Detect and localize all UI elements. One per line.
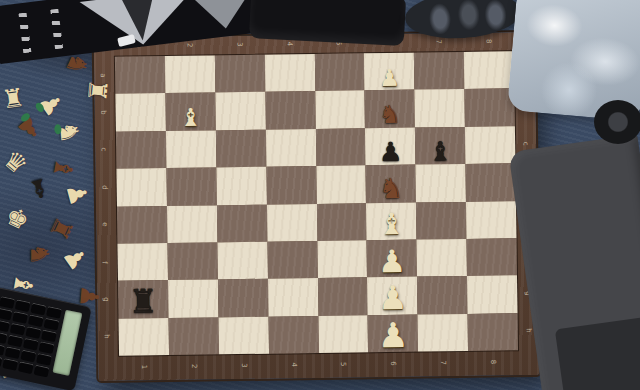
square-c1 xyxy=(116,131,166,169)
calculator-key xyxy=(34,365,50,378)
calculator-key xyxy=(7,335,23,348)
square-a7 xyxy=(414,52,464,90)
piece-white-pawn-a6: ♟ xyxy=(379,67,400,90)
rank-label-6: 6 xyxy=(389,361,396,366)
rank-label-3: 3 xyxy=(235,42,242,47)
chess-board: ♟♝♞♟♝♞♝♟♜♟♟ 11aa22bb33cc44dd55ee66ff77gg… xyxy=(94,32,540,381)
square-a4 xyxy=(265,54,315,92)
square-f4 xyxy=(267,241,317,279)
square-f2 xyxy=(167,242,217,280)
square-e6: ♝ xyxy=(366,202,416,240)
calculator-key xyxy=(46,306,62,319)
square-g1: ♜ xyxy=(118,280,168,318)
square-e2 xyxy=(167,205,217,243)
square-d6: ♞ xyxy=(366,165,416,203)
square-g3 xyxy=(218,279,268,317)
calculator-key xyxy=(15,299,31,312)
spare-cream-queen: ♛ xyxy=(0,146,32,180)
square-f5 xyxy=(317,240,367,278)
square-c5 xyxy=(315,128,365,166)
file-label-d: d xyxy=(100,185,107,190)
calculator-keypad xyxy=(0,296,62,377)
square-f6: ♟ xyxy=(367,239,417,277)
square-d4 xyxy=(266,166,316,204)
square-c7: ♝ xyxy=(415,127,465,165)
spare-brown-pawn: ♟ xyxy=(13,112,46,146)
calculator-key xyxy=(36,353,52,366)
green-felt-base xyxy=(34,101,45,113)
square-h4 xyxy=(268,316,318,354)
square-e7 xyxy=(416,201,466,239)
spare-black-bishop: ♝ xyxy=(25,174,53,204)
spare-cream-pawn: ♟ xyxy=(62,180,92,208)
rank-label-2: 2 xyxy=(185,43,192,48)
square-c8 xyxy=(465,126,515,164)
file-label-b: b xyxy=(99,110,106,115)
spare-cream-king: ♚ xyxy=(2,202,33,234)
square-b6: ♞ xyxy=(365,90,415,128)
rank-label-8: 8 xyxy=(484,39,491,44)
square-c6: ♟ xyxy=(365,127,415,165)
spare-brown-rook: ♜ xyxy=(45,213,77,244)
file-label-g: g xyxy=(102,297,109,302)
square-b4 xyxy=(265,91,315,129)
piece-black-pawn-c6: ♟ xyxy=(379,139,403,166)
square-b1 xyxy=(115,93,165,131)
calculator-key xyxy=(44,318,60,331)
square-f1 xyxy=(117,243,167,281)
bag-print-pips xyxy=(19,13,32,54)
rank-label-5: 5 xyxy=(339,362,346,367)
square-d7 xyxy=(416,164,466,202)
square-b8 xyxy=(465,89,515,127)
square-b7 xyxy=(415,89,465,127)
calculator-key xyxy=(0,308,12,321)
spare-cream-pawn: ♟ xyxy=(35,88,68,121)
square-d1 xyxy=(116,168,166,206)
square-d8 xyxy=(466,163,516,201)
bag-print-pips xyxy=(50,9,63,50)
square-g2 xyxy=(168,280,218,318)
rank-label-7: 7 xyxy=(435,40,442,45)
calculator-key xyxy=(23,338,39,351)
file-label-e: e xyxy=(101,222,108,226)
square-b3 xyxy=(215,92,265,130)
file-label-a: a xyxy=(99,73,106,77)
square-h2 xyxy=(168,317,218,355)
spare-brown-knight: ♞ xyxy=(27,243,52,265)
square-d2 xyxy=(166,168,216,206)
square-a3 xyxy=(215,55,265,93)
square-e3 xyxy=(217,204,267,242)
square-d5 xyxy=(316,165,366,203)
spare-cream-rook: ♜ xyxy=(0,85,26,113)
rank-label-3: 3 xyxy=(240,363,247,368)
square-g5 xyxy=(318,278,368,316)
square-a1 xyxy=(115,56,165,94)
square-c2 xyxy=(166,130,216,168)
file-label-h: h xyxy=(102,334,109,339)
square-h7 xyxy=(418,314,468,352)
square-c4 xyxy=(266,129,316,167)
square-d3 xyxy=(216,167,266,205)
green-felt-base xyxy=(54,124,62,135)
file-label-f: f xyxy=(100,261,107,264)
square-g7 xyxy=(417,276,467,314)
square-h1 xyxy=(119,318,169,356)
square-b2: ♝ xyxy=(165,93,215,131)
calculator xyxy=(0,287,92,390)
piece-brown-knight-d6: ♞ xyxy=(378,174,403,202)
piece-white-pawn-h6: ♟ xyxy=(378,318,409,353)
rank-label-4: 4 xyxy=(285,42,292,47)
square-e1 xyxy=(117,206,167,244)
square-g6: ♟ xyxy=(367,277,417,315)
square-g4 xyxy=(268,278,318,316)
board-squares: ♟♝♞♟♝♞♝♟♜♟♟ xyxy=(115,51,518,356)
calculator-key xyxy=(18,361,34,374)
calculator-key xyxy=(12,311,28,324)
file-label-c: c xyxy=(522,142,529,146)
dark-cloth xyxy=(249,0,406,46)
piece-brown-knight-b6: ♞ xyxy=(379,103,401,128)
square-a8 xyxy=(464,51,514,89)
file-label-h: h xyxy=(524,329,531,334)
square-a6: ♟ xyxy=(364,53,414,91)
rank-label-7: 7 xyxy=(439,360,446,365)
spare-brown-bishop: ♝ xyxy=(49,155,78,181)
piece-white-pawn-f6: ♟ xyxy=(378,246,406,277)
piece-white-pawn-g6: ♟ xyxy=(378,282,408,315)
calculator-key xyxy=(2,358,18,371)
rank-label-4: 4 xyxy=(289,363,296,368)
square-g8 xyxy=(467,275,517,313)
square-h8 xyxy=(468,313,518,351)
square-f7 xyxy=(417,239,467,277)
square-f3 xyxy=(217,242,267,280)
spare-cream-knight: ♞ xyxy=(56,120,83,145)
piece-black-rook-g1: ♜ xyxy=(128,285,158,318)
square-h3 xyxy=(218,316,268,354)
rank-label-8: 8 xyxy=(489,360,496,365)
green-felt-base xyxy=(19,111,31,123)
square-e8 xyxy=(466,201,516,239)
file-label-c: c xyxy=(100,148,107,152)
square-a2 xyxy=(165,55,215,93)
square-c3 xyxy=(216,129,266,167)
square-e4 xyxy=(267,204,317,242)
piece-white-bishop-b2: ♝ xyxy=(179,106,201,131)
calculator-key xyxy=(30,303,46,316)
calculator-key xyxy=(5,346,21,359)
rank-label-1: 1 xyxy=(140,365,147,370)
square-b5 xyxy=(315,91,365,129)
square-f8 xyxy=(467,238,517,276)
trolley-wheel xyxy=(594,100,640,144)
calculator-key xyxy=(25,326,41,339)
rank-label-2: 2 xyxy=(190,364,197,369)
photo-scene: ♟♝♞♟♝♞♝♟♜♟♟ 11aa22bb33cc44dd55ee66ff77gg… xyxy=(0,0,640,390)
calculator-key xyxy=(39,341,55,354)
square-e5 xyxy=(316,203,366,241)
square-h6: ♟ xyxy=(368,314,418,352)
calculator-key xyxy=(0,320,10,333)
square-h5 xyxy=(318,315,368,353)
calculator-key xyxy=(28,314,44,327)
piece-white-bishop-e6: ♝ xyxy=(378,210,405,240)
spare-cream-pawn: ♟ xyxy=(59,242,92,275)
calculator-key xyxy=(0,296,15,309)
square-a5 xyxy=(314,53,364,91)
calculator-key xyxy=(41,329,57,342)
piece-black-bishop-c7: ♝ xyxy=(429,138,453,165)
calculator-key xyxy=(10,323,26,336)
calculator-key xyxy=(0,331,7,344)
calculator-key xyxy=(20,350,36,363)
